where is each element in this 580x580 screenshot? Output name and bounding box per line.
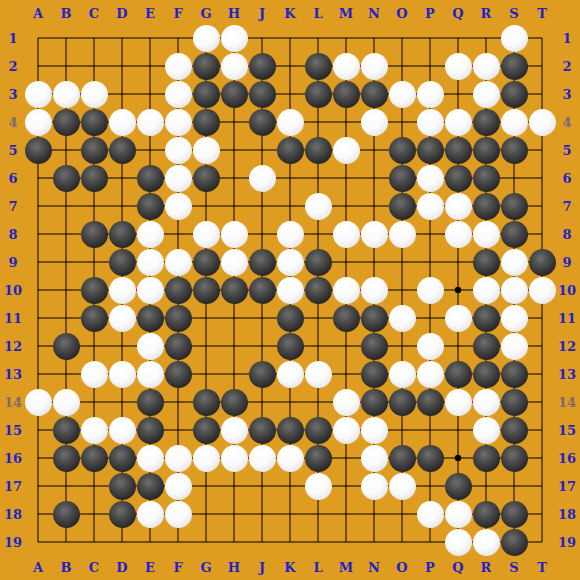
stones-layer[interactable] — [24, 24, 556, 556]
black-stone-S3[interactable] — [501, 81, 528, 108]
black-stone-Q5[interactable] — [445, 137, 472, 164]
white-stone-O3[interactable] — [389, 81, 416, 108]
black-stone-D16[interactable] — [109, 445, 136, 472]
white-stone-H9[interactable] — [221, 249, 248, 276]
white-stone-G5[interactable] — [193, 137, 220, 164]
black-stone-G14[interactable] — [193, 389, 220, 416]
black-stone-H14[interactable] — [221, 389, 248, 416]
labels-right-8: 8 — [562, 227, 571, 242]
black-stone-J3[interactable] — [249, 81, 276, 108]
black-stone-J4[interactable] — [249, 109, 276, 136]
black-stone-R4[interactable] — [473, 109, 500, 136]
white-stone-N17[interactable] — [361, 473, 388, 500]
white-stone-P3[interactable] — [417, 81, 444, 108]
white-stone-H8[interactable] — [221, 221, 248, 248]
black-stone-L16[interactable] — [305, 445, 332, 472]
labels-right-15: 15 — [558, 423, 576, 438]
white-stone-D15[interactable] — [109, 417, 136, 444]
white-stone-E4[interactable] — [137, 109, 164, 136]
white-stone-G1[interactable] — [193, 25, 220, 52]
white-stone-F16[interactable] — [165, 445, 192, 472]
labels-right-7: 7 — [562, 199, 571, 214]
black-stone-G2[interactable] — [193, 53, 220, 80]
white-stone-B14[interactable] — [53, 389, 80, 416]
white-stone-N15[interactable] — [361, 417, 388, 444]
black-stone-O6[interactable] — [389, 165, 416, 192]
labels-right-4: 4 — [562, 115, 571, 130]
white-stone-F18[interactable] — [165, 501, 192, 528]
labels-bottom-N: N — [368, 560, 380, 575]
black-stone-S18[interactable] — [501, 501, 528, 528]
white-stone-D10[interactable] — [109, 277, 136, 304]
labels-top-A: A — [33, 6, 43, 21]
white-stone-K4[interactable] — [277, 109, 304, 136]
black-stone-P16[interactable] — [417, 445, 444, 472]
black-stone-E17[interactable] — [137, 473, 164, 500]
labels-right-11: 11 — [558, 311, 576, 326]
white-stone-O13[interactable] — [389, 361, 416, 388]
labels-left-1: 1 — [8, 31, 17, 46]
labels-right-10: 10 — [558, 283, 576, 298]
black-stone-R12[interactable] — [473, 333, 500, 360]
white-stone-N16[interactable] — [361, 445, 388, 472]
labels-bottom-G: G — [200, 560, 211, 575]
labels-left-3: 3 — [8, 87, 17, 102]
labels-top-F: F — [173, 6, 182, 21]
labels-bottom-E: E — [145, 560, 155, 575]
labels-left-2: 2 — [8, 59, 17, 74]
labels-left-5: 5 — [8, 143, 17, 158]
white-stone-J6[interactable] — [249, 165, 276, 192]
white-stone-N10[interactable] — [361, 277, 388, 304]
black-stone-D18[interactable] — [109, 501, 136, 528]
labels-left-7: 7 — [8, 199, 17, 214]
white-stone-R15[interactable] — [473, 417, 500, 444]
white-stone-S11[interactable] — [501, 305, 528, 332]
labels-bottom-O: O — [396, 560, 407, 575]
labels-right-17: 17 — [558, 479, 576, 494]
black-stone-L10[interactable] — [305, 277, 332, 304]
labels-top-N: N — [368, 6, 380, 21]
labels-right-1: 1 — [562, 31, 571, 46]
black-stone-D8[interactable] — [109, 221, 136, 248]
black-stone-Q17[interactable] — [445, 473, 472, 500]
white-stone-P7[interactable] — [417, 193, 444, 220]
labels-left-10: 10 — [4, 283, 22, 298]
white-stone-F4[interactable] — [165, 109, 192, 136]
black-stone-N3[interactable] — [361, 81, 388, 108]
black-stone-N11[interactable] — [361, 305, 388, 332]
black-stone-F12[interactable] — [165, 333, 192, 360]
black-stone-B12[interactable] — [53, 333, 80, 360]
labels-left-12: 12 — [4, 339, 22, 354]
black-stone-E14[interactable] — [137, 389, 164, 416]
white-stone-J16[interactable] — [249, 445, 276, 472]
labels-left-18: 18 — [4, 507, 22, 522]
black-stone-C6[interactable] — [81, 165, 108, 192]
white-stone-K9[interactable] — [277, 249, 304, 276]
white-stone-Q2[interactable] — [445, 53, 472, 80]
white-stone-Q14[interactable] — [445, 389, 472, 416]
white-stone-F9[interactable] — [165, 249, 192, 276]
white-stone-H15[interactable] — [221, 417, 248, 444]
white-stone-R10[interactable] — [473, 277, 500, 304]
labels-left-13: 13 — [4, 367, 22, 382]
white-stone-M10[interactable] — [333, 277, 360, 304]
white-stone-M2[interactable] — [333, 53, 360, 80]
labels-left-19: 19 — [4, 535, 22, 550]
black-stone-G6[interactable] — [193, 165, 220, 192]
black-stone-L5[interactable] — [305, 137, 332, 164]
white-stone-P4[interactable] — [417, 109, 444, 136]
labels-bottom-Q: Q — [452, 560, 463, 575]
black-stone-N12[interactable] — [361, 333, 388, 360]
labels-left-17: 17 — [4, 479, 22, 494]
black-stone-C10[interactable] — [81, 277, 108, 304]
white-stone-R2[interactable] — [473, 53, 500, 80]
black-stone-H10[interactable] — [221, 277, 248, 304]
white-stone-R14[interactable] — [473, 389, 500, 416]
white-stone-C3[interactable] — [81, 81, 108, 108]
labels-right-12: 12 — [558, 339, 576, 354]
white-stone-P13[interactable] — [417, 361, 444, 388]
labels-bottom-P: P — [425, 560, 435, 575]
white-stone-A14[interactable] — [25, 389, 52, 416]
black-stone-F11[interactable] — [165, 305, 192, 332]
black-stone-P5[interactable] — [417, 137, 444, 164]
labels-top-Q: Q — [452, 6, 463, 21]
white-stone-H1[interactable] — [221, 25, 248, 52]
white-stone-S4[interactable] — [501, 109, 528, 136]
white-stone-Q11[interactable] — [445, 305, 472, 332]
black-stone-G4[interactable] — [193, 109, 220, 136]
black-stone-M3[interactable] — [333, 81, 360, 108]
go-board[interactable]: ABCDEFGHJKLMNOPQRST ABCDEFGHJKLMNOPQRST … — [0, 0, 580, 580]
black-stone-J10[interactable] — [249, 277, 276, 304]
labels-top-R: R — [481, 6, 492, 21]
black-stone-R18[interactable] — [473, 501, 500, 528]
black-stone-S7[interactable] — [501, 193, 528, 220]
white-stone-N4[interactable] — [361, 109, 388, 136]
labels-bottom-M: M — [339, 560, 353, 575]
black-stone-S2[interactable] — [501, 53, 528, 80]
white-stone-O17[interactable] — [389, 473, 416, 500]
white-stone-F6[interactable] — [165, 165, 192, 192]
black-stone-G9[interactable] — [193, 249, 220, 276]
black-stone-S16[interactable] — [501, 445, 528, 472]
labels-top-T: T — [537, 6, 547, 21]
black-stone-D17[interactable] — [109, 473, 136, 500]
white-stone-M14[interactable] — [333, 389, 360, 416]
black-stone-B18[interactable] — [53, 501, 80, 528]
white-stone-R19[interactable] — [473, 529, 500, 556]
labels-left-6: 6 — [8, 171, 17, 186]
labels-bottom-L: L — [313, 560, 322, 575]
black-stone-R16[interactable] — [473, 445, 500, 472]
black-stone-L3[interactable] — [305, 81, 332, 108]
black-stone-K5[interactable] — [277, 137, 304, 164]
white-stone-K10[interactable] — [277, 277, 304, 304]
labels-bottom-B: B — [61, 560, 72, 575]
white-stone-L17[interactable] — [305, 473, 332, 500]
white-stone-L7[interactable] — [305, 193, 332, 220]
black-stone-D9[interactable] — [109, 249, 136, 276]
labels-top-K: K — [284, 6, 295, 21]
black-stone-E11[interactable] — [137, 305, 164, 332]
white-stone-M8[interactable] — [333, 221, 360, 248]
black-stone-S13[interactable] — [501, 361, 528, 388]
labels-right-2: 2 — [562, 59, 571, 74]
black-stone-L2[interactable] — [305, 53, 332, 80]
labels-right-9: 9 — [562, 255, 571, 270]
black-stone-C5[interactable] — [81, 137, 108, 164]
white-stone-A4[interactable] — [25, 109, 52, 136]
black-stone-S8[interactable] — [501, 221, 528, 248]
white-stone-F3[interactable] — [165, 81, 192, 108]
white-stone-R8[interactable] — [473, 221, 500, 248]
white-stone-M15[interactable] — [333, 417, 360, 444]
white-stone-E16[interactable] — [137, 445, 164, 472]
white-stone-O11[interactable] — [389, 305, 416, 332]
white-stone-H16[interactable] — [221, 445, 248, 472]
labels-top-D: D — [116, 6, 127, 21]
labels-bottom-S: S — [509, 560, 518, 575]
white-stone-A3[interactable] — [25, 81, 52, 108]
black-stone-R6[interactable] — [473, 165, 500, 192]
black-stone-O14[interactable] — [389, 389, 416, 416]
black-stone-O16[interactable] — [389, 445, 416, 472]
black-stone-B15[interactable] — [53, 417, 80, 444]
black-stone-S19[interactable] — [501, 529, 528, 556]
black-stone-A5[interactable] — [25, 137, 52, 164]
labels-right-16: 16 — [558, 451, 576, 466]
white-stone-F5[interactable] — [165, 137, 192, 164]
white-stone-Q4[interactable] — [445, 109, 472, 136]
labels-right-5: 5 — [562, 143, 571, 158]
labels-bottom-C: C — [89, 560, 99, 575]
white-stone-E8[interactable] — [137, 221, 164, 248]
labels-bottom-K: K — [284, 560, 295, 575]
black-stone-L15[interactable] — [305, 417, 332, 444]
labels-bottom-H: H — [228, 560, 240, 575]
white-stone-E13[interactable] — [137, 361, 164, 388]
labels-top-E: E — [145, 6, 155, 21]
labels-bottom-T: T — [537, 560, 547, 575]
black-stone-K12[interactable] — [277, 333, 304, 360]
white-stone-O8[interactable] — [389, 221, 416, 248]
white-stone-F17[interactable] — [165, 473, 192, 500]
labels-right-18: 18 — [558, 507, 576, 522]
black-stone-J2[interactable] — [249, 53, 276, 80]
white-stone-E12[interactable] — [137, 333, 164, 360]
white-stone-H2[interactable] — [221, 53, 248, 80]
labels-top-M: M — [339, 6, 353, 21]
black-stone-D5[interactable] — [109, 137, 136, 164]
white-stone-S9[interactable] — [501, 249, 528, 276]
labels-bottom-D: D — [116, 560, 127, 575]
black-stone-B4[interactable] — [53, 109, 80, 136]
black-stone-R5[interactable] — [473, 137, 500, 164]
white-stone-S1[interactable] — [501, 25, 528, 52]
white-stone-S10[interactable] — [501, 277, 528, 304]
labels-left-14: 14 — [4, 395, 22, 410]
labels-bottom-J: J — [259, 560, 265, 575]
black-stone-G15[interactable] — [193, 417, 220, 444]
white-stone-Q7[interactable] — [445, 193, 472, 220]
labels-bottom-F: F — [173, 560, 182, 575]
white-stone-N2[interactable] — [361, 53, 388, 80]
black-stone-F10[interactable] — [165, 277, 192, 304]
black-stone-R7[interactable] — [473, 193, 500, 220]
labels-right-13: 13 — [558, 367, 576, 382]
black-stone-J13[interactable] — [249, 361, 276, 388]
white-stone-P18[interactable] — [417, 501, 444, 528]
labels-right-3: 3 — [562, 87, 571, 102]
black-stone-E7[interactable] — [137, 193, 164, 220]
white-stone-P6[interactable] — [417, 165, 444, 192]
white-stone-K8[interactable] — [277, 221, 304, 248]
labels-left-15: 15 — [4, 423, 22, 438]
black-stone-L9[interactable] — [305, 249, 332, 276]
black-stone-E6[interactable] — [137, 165, 164, 192]
white-stone-F7[interactable] — [165, 193, 192, 220]
black-stone-T9[interactable] — [529, 249, 556, 276]
black-stone-G3[interactable] — [193, 81, 220, 108]
white-stone-E18[interactable] — [137, 501, 164, 528]
labels-right-14: 14 — [558, 395, 576, 410]
white-stone-L13[interactable] — [305, 361, 332, 388]
white-stone-D11[interactable] — [109, 305, 136, 332]
white-stone-F2[interactable] — [165, 53, 192, 80]
white-stone-C13[interactable] — [81, 361, 108, 388]
black-stone-B16[interactable] — [53, 445, 80, 472]
white-stone-R3[interactable] — [473, 81, 500, 108]
white-stone-G16[interactable] — [193, 445, 220, 472]
black-stone-R11[interactable] — [473, 305, 500, 332]
labels-top-H: H — [228, 6, 240, 21]
white-stone-C15[interactable] — [81, 417, 108, 444]
white-stone-E9[interactable] — [137, 249, 164, 276]
white-stone-S12[interactable] — [501, 333, 528, 360]
labels-left-4: 4 — [8, 115, 17, 130]
labels-top-L: L — [313, 6, 322, 21]
black-stone-B6[interactable] — [53, 165, 80, 192]
black-stone-E15[interactable] — [137, 417, 164, 444]
black-stone-C16[interactable] — [81, 445, 108, 472]
black-stone-R13[interactable] — [473, 361, 500, 388]
white-stone-B3[interactable] — [53, 81, 80, 108]
white-stone-N8[interactable] — [361, 221, 388, 248]
black-stone-R9[interactable] — [473, 249, 500, 276]
black-stone-G10[interactable] — [193, 277, 220, 304]
labels-top-B: B — [61, 6, 72, 21]
black-stone-O7[interactable] — [389, 193, 416, 220]
labels-left-9: 9 — [8, 255, 17, 270]
white-stone-E10[interactable] — [137, 277, 164, 304]
black-stone-S15[interactable] — [501, 417, 528, 444]
labels-top-O: O — [396, 6, 407, 21]
white-stone-Q19[interactable] — [445, 529, 472, 556]
labels-top-P: P — [425, 6, 435, 21]
black-stone-S14[interactable] — [501, 389, 528, 416]
labels-right-19: 19 — [558, 535, 576, 550]
white-stone-K13[interactable] — [277, 361, 304, 388]
white-stone-T4[interactable] — [529, 109, 556, 136]
labels-top-J: J — [259, 6, 265, 21]
black-stone-Q13[interactable] — [445, 361, 472, 388]
white-stone-D4[interactable] — [109, 109, 136, 136]
black-stone-C8[interactable] — [81, 221, 108, 248]
black-stone-M11[interactable] — [333, 305, 360, 332]
white-stone-Q18[interactable] — [445, 501, 472, 528]
white-stone-P10[interactable] — [417, 277, 444, 304]
black-stone-C4[interactable] — [81, 109, 108, 136]
black-stone-J15[interactable] — [249, 417, 276, 444]
black-stone-F13[interactable] — [165, 361, 192, 388]
black-stone-S5[interactable] — [501, 137, 528, 164]
white-stone-T10[interactable] — [529, 277, 556, 304]
black-stone-N13[interactable] — [361, 361, 388, 388]
black-stone-Q6[interactable] — [445, 165, 472, 192]
black-stone-H3[interactable] — [221, 81, 248, 108]
white-stone-P12[interactable] — [417, 333, 444, 360]
white-stone-D13[interactable] — [109, 361, 136, 388]
black-stone-K11[interactable] — [277, 305, 304, 332]
white-stone-M5[interactable] — [333, 137, 360, 164]
labels-top-S: S — [509, 6, 518, 21]
white-stone-Q8[interactable] — [445, 221, 472, 248]
black-stone-P14[interactable] — [417, 389, 444, 416]
labels-top-C: C — [89, 6, 99, 21]
labels-bottom-A: A — [33, 560, 43, 575]
labels-bottom-R: R — [481, 560, 492, 575]
black-stone-K15[interactable] — [277, 417, 304, 444]
labels-left-16: 16 — [4, 451, 22, 466]
white-stone-K16[interactable] — [277, 445, 304, 472]
black-stone-C11[interactable] — [81, 305, 108, 332]
black-stone-N14[interactable] — [361, 389, 388, 416]
labels-right-6: 6 — [562, 171, 571, 186]
labels-top-G: G — [200, 6, 211, 21]
labels-left-11: 11 — [4, 311, 22, 326]
black-stone-O5[interactable] — [389, 137, 416, 164]
white-stone-G8[interactable] — [193, 221, 220, 248]
labels-left-8: 8 — [8, 227, 17, 242]
black-stone-J9[interactable] — [249, 249, 276, 276]
